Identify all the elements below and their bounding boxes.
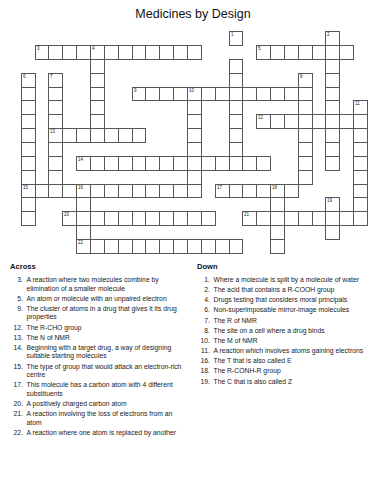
grid-cell-r1c9[interactable] xyxy=(145,45,160,60)
cell-number-17: 17 xyxy=(217,185,222,190)
grid-cell-r13c7[interactable] xyxy=(118,211,133,226)
grid-cell-r15c4[interactable]: 22 xyxy=(76,239,91,254)
clue-number: 19. xyxy=(196,378,210,387)
cell-number-8: 8 xyxy=(300,74,303,79)
grid-cell-r4c19[interactable] xyxy=(284,87,299,102)
grid-cell-r1c21[interactable] xyxy=(312,45,327,60)
clue-number: 21. xyxy=(9,410,23,427)
clue-text: A reaction where one atom is replaced by… xyxy=(27,429,187,438)
grid-cell-r6c22[interactable] xyxy=(325,114,340,129)
clue-across-22: 22.A reaction where one atom is replaced… xyxy=(9,429,191,438)
grid-cell-r4c13[interactable] xyxy=(201,87,216,102)
grid-cell-r15c14[interactable] xyxy=(215,239,230,254)
grid-cell-r7c4[interactable] xyxy=(76,128,91,143)
grid-cell-r15c6[interactable] xyxy=(104,239,119,254)
grid-cell-r4c22[interactable] xyxy=(325,87,340,102)
clue-text: An atom or molecule with an unpaired ele… xyxy=(27,295,187,304)
grid-cell-r6c19[interactable] xyxy=(284,114,299,129)
cell-number-7: 7 xyxy=(50,74,53,79)
grid-cell-r13c23[interactable] xyxy=(339,211,354,226)
grid-cell-r4c16[interactable] xyxy=(242,87,257,102)
grid-cell-r8c15[interactable] xyxy=(229,142,244,157)
grid-cell-r3c5[interactable] xyxy=(90,73,105,88)
clue-across-17: 17.This molecule has a carbon atom with … xyxy=(9,381,191,398)
grid-cell-r13c12[interactable] xyxy=(187,211,202,226)
grid-cell-r8c22[interactable] xyxy=(325,142,340,157)
grid-cell-r11c19[interactable] xyxy=(284,184,299,199)
grid-cell-r9c5[interactable] xyxy=(90,156,105,171)
grid-cell-r11c4[interactable]: 16 xyxy=(76,184,91,199)
grid-cell-r8c20[interactable] xyxy=(298,142,313,157)
grid-cell-r13c16[interactable]: 21 xyxy=(242,211,257,226)
across-clue-column: Across 3.A reaction where two molecules … xyxy=(9,262,191,439)
clue-number: 3. xyxy=(9,276,23,293)
grid-cell-r7c22[interactable] xyxy=(325,128,340,143)
cell-number-2: 2 xyxy=(327,32,330,37)
clue-down-16: 16.The T that is also called E xyxy=(196,357,380,366)
cell-number-3: 3 xyxy=(37,46,40,51)
grid-cell-r1c6[interactable] xyxy=(104,45,119,60)
grid-cell-r13c21[interactable] xyxy=(312,211,327,226)
grid-cell-r4c10[interactable] xyxy=(159,87,174,102)
page-title: Medicines by Design xyxy=(0,7,386,21)
clue-down-10: 10.The M of NMR xyxy=(196,337,380,346)
grid-cell-r4c11[interactable] xyxy=(173,87,188,102)
grid-cell-r4c5[interactable] xyxy=(90,87,105,102)
grid-cell-r13c5[interactable] xyxy=(90,211,105,226)
grid-cell-r8c2[interactable] xyxy=(48,142,63,157)
grid-cell-r6c23[interactable] xyxy=(339,114,354,129)
grid-cell-r9c12[interactable] xyxy=(187,156,202,171)
grid-cell-r13c13[interactable] xyxy=(201,211,216,226)
grid-cell-r5c12[interactable] xyxy=(187,100,202,115)
grid-cell-r12c0[interactable] xyxy=(21,197,36,212)
clue-number: 8. xyxy=(196,327,210,336)
grid-cell-r7c15[interactable] xyxy=(229,128,244,143)
cell-number-12: 12 xyxy=(258,115,263,120)
across-header: Across xyxy=(10,262,191,271)
clue-text: The cluster of atoms in a drug that give… xyxy=(27,305,187,322)
clue-across-21: 21.A reaction involving the loss of elec… xyxy=(9,410,191,427)
grid-cell-r13c4[interactable] xyxy=(76,211,91,226)
grid-cell-r11c1[interactable] xyxy=(35,184,50,199)
grid-cell-r3c20[interactable]: 8 xyxy=(298,73,313,88)
cell-number-19: 19 xyxy=(327,198,332,203)
grid-cell-r9c24[interactable] xyxy=(353,156,368,171)
cell-number-4: 4 xyxy=(92,46,95,51)
grid-cell-r10c20[interactable] xyxy=(298,170,313,185)
cell-number-21: 21 xyxy=(244,212,249,217)
cell-number-15: 15 xyxy=(23,185,28,190)
grid-cell-r2c22[interactable] xyxy=(325,59,340,74)
grid-cell-r13c10[interactable] xyxy=(159,211,174,226)
grid-cell-r11c14[interactable]: 17 xyxy=(215,184,230,199)
cell-number-20: 20 xyxy=(64,212,69,217)
clue-text: The site on a cell where a drug binds xyxy=(214,327,374,336)
clue-text: The R-CONH-R group xyxy=(214,367,374,376)
cell-number-1: 1 xyxy=(231,32,234,37)
grid-cell-r0c22[interactable]: 2 xyxy=(325,31,340,46)
grid-cell-r13c22[interactable] xyxy=(325,211,340,226)
clue-text: A reaction involving the loss of electro… xyxy=(27,410,187,427)
grid-cell-r7c5[interactable] xyxy=(90,128,105,143)
grid-cell-r11c15[interactable] xyxy=(229,184,244,199)
grid-cell-r9c13[interactable] xyxy=(201,156,216,171)
grid-cell-r7c8[interactable] xyxy=(132,128,147,143)
grid-cell-r11c16[interactable] xyxy=(242,184,257,199)
clue-text: This molecule has a carbon atom with 4 d… xyxy=(27,381,187,398)
clue-down-4: 4.Drugs testing that considers moral pri… xyxy=(196,296,380,305)
grid-cell-r15c13[interactable] xyxy=(201,239,216,254)
grid-cell-r15c11[interactable] xyxy=(173,239,188,254)
grid-cell-r11c7[interactable] xyxy=(118,184,133,199)
grid-cell-r6c20[interactable] xyxy=(298,114,313,129)
clue-across-9: 9.The cluster of atoms in a drug that gi… xyxy=(9,305,191,322)
grid-cell-r13c8[interactable] xyxy=(132,211,147,226)
grid-cell-r1c2[interactable] xyxy=(48,45,63,60)
grid-cell-r11c11[interactable] xyxy=(173,184,188,199)
grid-cell-r9c10[interactable] xyxy=(159,156,174,171)
clue-text: The T that is also called E xyxy=(214,357,374,366)
grid-cell-r11c2[interactable] xyxy=(48,184,63,199)
grid-cell-r6c17[interactable]: 12 xyxy=(256,114,271,129)
grid-cell-r15c15[interactable] xyxy=(229,239,244,254)
grid-cell-r11c12[interactable] xyxy=(187,184,202,199)
grid-cell-r7c20[interactable] xyxy=(298,128,313,143)
clue-text: The R-CHO group xyxy=(27,324,187,333)
cell-number-13: 13 xyxy=(50,129,55,134)
grid-cell-r11c9[interactable] xyxy=(145,184,160,199)
crossword-grid: 12345678910111213141516171819202122 xyxy=(21,31,369,255)
grid-cell-r5c5[interactable] xyxy=(90,100,105,115)
grid-cell-r13c19[interactable] xyxy=(284,211,299,226)
clue-number: 6. xyxy=(196,306,210,315)
clue-number: 5. xyxy=(9,295,23,304)
clue-number: 22. xyxy=(9,429,23,438)
grid-cell-r7c2[interactable]: 13 xyxy=(48,128,63,143)
grid-cell-r12c22[interactable]: 19 xyxy=(325,197,340,212)
grid-cell-r6c24[interactable] xyxy=(353,114,368,129)
grid-cell-r3c15[interactable] xyxy=(229,73,244,88)
grid-cell-r12c24[interactable] xyxy=(353,197,368,212)
clue-number: 13. xyxy=(9,334,23,343)
clue-down-2: 2.The acid that contains a R-COOH group xyxy=(196,286,380,295)
grid-cell-r15c18[interactable] xyxy=(270,239,285,254)
clue-number: 10. xyxy=(196,337,210,346)
grid-cell-r11c6[interactable] xyxy=(104,184,119,199)
clue-down-6: 6.Non-superimposable mirror-image molecu… xyxy=(196,306,380,315)
grid-cell-r15c10[interactable] xyxy=(159,239,174,254)
clue-down-1: 1.Where a molecule is split by a molecul… xyxy=(196,276,380,285)
grid-cell-r4c12[interactable]: 10 xyxy=(187,87,202,102)
clue-number: 14. xyxy=(9,344,23,361)
grid-cell-r13c18[interactable] xyxy=(270,211,285,226)
grid-cell-r1c10[interactable] xyxy=(159,45,174,60)
grid-cell-r1c22[interactable] xyxy=(325,45,340,60)
clue-down-8: 8.The site on a cell where a drug binds xyxy=(196,327,380,336)
grid-cell-r11c0[interactable]: 15 xyxy=(21,184,36,199)
clue-across-15: 15.The type of group that would attack a… xyxy=(9,363,191,380)
grid-cell-r14c18[interactable] xyxy=(270,225,285,240)
grid-cell-r13c6[interactable] xyxy=(104,211,119,226)
grid-cell-r2c5[interactable] xyxy=(90,59,105,74)
clue-number: 18. xyxy=(196,367,210,376)
grid-cell-r9c16[interactable] xyxy=(242,156,257,171)
clue-text: Beginning with a target drug, a way of d… xyxy=(27,344,187,361)
grid-cell-r7c12[interactable] xyxy=(187,128,202,143)
grid-cell-r10c12[interactable] xyxy=(187,170,202,185)
grid-cell-r1c5[interactable]: 4 xyxy=(90,45,105,60)
grid-cell-r5c15[interactable] xyxy=(229,100,244,115)
clue-text: Where a molecule is split by a molecule … xyxy=(214,276,374,285)
clue-number: 20. xyxy=(9,400,23,409)
clue-number: 15. xyxy=(9,363,23,380)
grid-cell-r6c15[interactable] xyxy=(229,114,244,129)
grid-cell-r5c0[interactable] xyxy=(21,100,36,115)
clue-number: 12. xyxy=(9,324,23,333)
cell-number-18: 18 xyxy=(272,185,277,190)
clue-down-7: 7.The R of NMR xyxy=(196,317,380,326)
grid-cell-r13c0[interactable] xyxy=(21,211,36,226)
grid-cell-r6c0[interactable] xyxy=(21,114,36,129)
down-header: Down xyxy=(197,262,380,271)
grid-cell-r4c9[interactable] xyxy=(145,87,160,102)
grid-cell-r7c6[interactable] xyxy=(104,128,119,143)
clue-across-13: 13.The N of NMR xyxy=(9,334,191,343)
grid-cell-r8c12[interactable] xyxy=(187,142,202,157)
grid-cell-r11c5[interactable] xyxy=(90,184,105,199)
clue-across-5: 5.An atom or molecule with an unpaired e… xyxy=(9,295,191,304)
grid-cell-r12c4[interactable] xyxy=(76,197,91,212)
cell-number-6: 6 xyxy=(23,74,26,79)
grid-cell-r1c11[interactable] xyxy=(173,45,188,60)
grid-cell-r9c14[interactable] xyxy=(215,156,230,171)
grid-cell-r13c3[interactable]: 20 xyxy=(62,211,77,226)
grid-cell-r4c14[interactable] xyxy=(215,87,230,102)
clue-number: 1. xyxy=(196,276,210,285)
clue-number: 16. xyxy=(196,357,210,366)
grid-cell-r9c7[interactable] xyxy=(118,156,133,171)
clue-number: 9. xyxy=(9,305,23,322)
grid-cell-r5c22[interactable] xyxy=(325,100,340,115)
grid-cell-r11c3[interactable] xyxy=(62,184,77,199)
clue-number: 4. xyxy=(196,296,210,305)
clue-across-3: 3.A reaction where two molecules combine… xyxy=(9,276,191,293)
cell-number-10: 10 xyxy=(189,88,194,93)
grid-cell-r13c17[interactable] xyxy=(256,211,271,226)
grid-cell-r1c8[interactable] xyxy=(132,45,147,60)
grid-cell-r10c0[interactable] xyxy=(21,170,36,185)
clue-text: Drugs testing that considers moral princ… xyxy=(214,296,374,305)
grid-cell-r13c24[interactable] xyxy=(353,211,368,226)
grid-cell-r4c17[interactable] xyxy=(256,87,271,102)
grid-cell-r3c22[interactable] xyxy=(325,73,340,88)
clue-across-12: 12.The R-CHO group xyxy=(9,324,191,333)
grid-cell-r9c8[interactable] xyxy=(132,156,147,171)
grid-cell-r1c19[interactable] xyxy=(284,45,299,60)
clue-number: 2. xyxy=(196,286,210,295)
grid-cell-r9c9[interactable] xyxy=(145,156,160,171)
clue-text: Non-superimposable mirror-image molecule… xyxy=(214,306,374,315)
grid-cell-r11c17[interactable] xyxy=(256,184,271,199)
grid-cell-r11c18[interactable]: 18 xyxy=(270,184,285,199)
clue-text: The acid that contains a R-COOH group xyxy=(214,286,374,295)
grid-cell-r1c12[interactable] xyxy=(187,45,202,60)
grid-cell-r7c0[interactable] xyxy=(21,128,36,143)
clue-down-19: 19.The C that is also called Z xyxy=(196,378,380,387)
clue-number: 11. xyxy=(196,347,210,356)
cell-number-14: 14 xyxy=(78,157,83,162)
clue-text: The type of group that would attack an e… xyxy=(27,363,187,380)
cell-number-11: 11 xyxy=(355,101,360,106)
grid-cell-r6c5[interactable] xyxy=(90,114,105,129)
clue-text: A reaction where two molecules combine b… xyxy=(27,276,187,293)
grid-cell-r8c0[interactable] xyxy=(21,142,36,157)
grid-cell-r13c9[interactable] xyxy=(145,211,160,226)
grid-cell-r6c18[interactable] xyxy=(270,114,285,129)
clue-across-14: 14.Beginning with a target drug, a way o… xyxy=(9,344,191,361)
across-clues: 3.A reaction where two molecules combine… xyxy=(9,276,191,438)
grid-cell-r9c2[interactable] xyxy=(48,156,63,171)
grid-cell-r13c11[interactable] xyxy=(173,211,188,226)
grid-cell-r15c12[interactable] xyxy=(187,239,202,254)
grid-cell-r9c20[interactable] xyxy=(298,156,313,171)
clue-text: The R of NMR xyxy=(214,317,374,326)
grid-cell-r5c24[interactable]: 11 xyxy=(353,100,368,115)
grid-cell-r9c11[interactable] xyxy=(173,156,188,171)
grid-cell-r1c18[interactable] xyxy=(270,45,285,60)
clue-text: The C that is also called Z xyxy=(214,378,374,387)
grid-cell-r6c21[interactable] xyxy=(312,114,327,129)
grid-cell-r5c2[interactable] xyxy=(48,100,63,115)
cell-number-16: 16 xyxy=(78,185,83,190)
grid-cell-r3c2[interactable]: 7 xyxy=(48,73,63,88)
grid-cell-r14c4[interactable] xyxy=(76,225,91,240)
grid-cell-r4c20[interactable] xyxy=(298,87,313,102)
grid-cell-r8c24[interactable] xyxy=(353,142,368,157)
grid-cell-r4c2[interactable] xyxy=(48,87,63,102)
grid-cell-r1c4[interactable] xyxy=(76,45,91,60)
grid-cell-r6c12[interactable] xyxy=(187,114,202,129)
grid-cell-r7c7[interactable] xyxy=(118,128,133,143)
clue-across-20: 20.A positively charged carbon atom xyxy=(9,400,191,409)
grid-cell-r0c15[interactable]: 1 xyxy=(229,31,244,46)
grid-cell-r1c7[interactable] xyxy=(118,45,133,60)
grid-cell-r11c10[interactable] xyxy=(159,184,174,199)
clue-down-18: 18.The R-CONH-R group xyxy=(196,367,380,376)
clue-text: A reaction which involves atoms gaining … xyxy=(214,347,374,356)
down-clues: 1.Where a molecule is split by a molecul… xyxy=(196,276,380,386)
grid-cell-r1c3[interactable] xyxy=(62,45,77,60)
grid-cell-r1c17[interactable]: 5 xyxy=(256,45,271,60)
cell-number-22: 22 xyxy=(78,240,83,245)
cell-number-9: 9 xyxy=(134,88,137,93)
grid-cell-r9c0[interactable] xyxy=(21,156,36,171)
grid-cell-r4c15[interactable] xyxy=(229,87,244,102)
grid-cell-r2c15[interactable] xyxy=(229,59,244,74)
grid-cell-r15c8[interactable] xyxy=(132,239,147,254)
grid-cell-r9c6[interactable] xyxy=(104,156,119,171)
grid-cell-r1c1[interactable]: 3 xyxy=(35,45,50,60)
clue-text: A positively charged carbon atom xyxy=(27,400,187,409)
grid-cell-r4c18[interactable] xyxy=(270,87,285,102)
grid-cell-r11c24[interactable] xyxy=(353,184,368,199)
grid-cell-r1c23[interactable] xyxy=(339,45,354,60)
grid-cell-r5c20[interactable] xyxy=(298,100,313,115)
grid-cell-r10c2[interactable] xyxy=(48,170,63,185)
down-clue-column: Down 1.Where a molecule is split by a mo… xyxy=(196,262,380,388)
grid-cell-r15c5[interactable] xyxy=(90,239,105,254)
grid-cell-r3c0[interactable]: 6 xyxy=(21,73,36,88)
crossword-page: Medicines by Design 12345678910111213141… xyxy=(0,0,386,500)
clue-number: 7. xyxy=(196,317,210,326)
grid-cell-r4c8[interactable]: 9 xyxy=(132,87,147,102)
grid-cell-r6c2[interactable] xyxy=(48,114,63,129)
grid-cell-r10c24[interactable] xyxy=(353,170,368,185)
clue-text: The M of NMR xyxy=(214,337,374,346)
clue-text: The N of NMR xyxy=(27,334,187,343)
grid-cell-r9c22[interactable] xyxy=(325,156,340,171)
clue-down-11: 11.A reaction which involves atoms gaini… xyxy=(196,347,380,356)
clue-number: 17. xyxy=(9,381,23,398)
grid-cell-r12c18[interactable] xyxy=(270,197,285,212)
grid-cell-r9c15[interactable] xyxy=(229,156,244,171)
cell-number-5: 5 xyxy=(258,46,261,51)
grid-cell-r15c9[interactable] xyxy=(145,239,160,254)
grid-cell-r14c22[interactable] xyxy=(325,225,340,240)
grid-cell-r7c3[interactable] xyxy=(62,128,77,143)
grid-cell-r1c20[interactable] xyxy=(298,45,313,60)
grid-cell-r13c20[interactable] xyxy=(298,211,313,226)
grid-cell-r9c4[interactable]: 14 xyxy=(76,156,91,171)
grid-cell-r15c7[interactable] xyxy=(118,239,133,254)
grid-cell-r4c0[interactable] xyxy=(21,87,36,102)
grid-cell-r7c24[interactable] xyxy=(353,128,368,143)
grid-cell-r9c17[interactable] xyxy=(256,156,271,171)
grid-cell-r11c8[interactable] xyxy=(132,184,147,199)
